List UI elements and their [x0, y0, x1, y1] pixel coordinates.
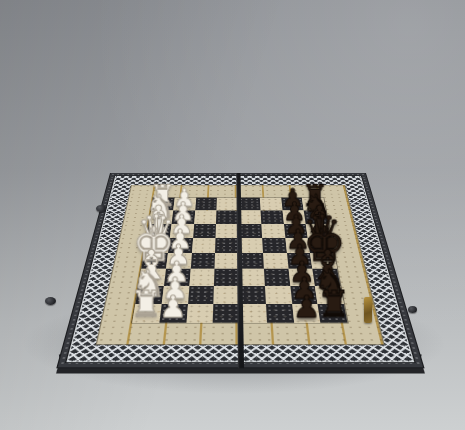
square-b4[interactable] [216, 211, 238, 224]
piece-black-rook[interactable]: ♜ [317, 286, 349, 322]
right-edge-latch [408, 306, 417, 313]
square-e6[interactable] [262, 253, 287, 269]
square-b3[interactable] [193, 211, 216, 224]
scene: ♜♟♟♜♞♟♟♞♝♟♟♝♛♟♟♛♚♟♟♚♝♟♟♝♞♟♟♞♜♟♟♜ [0, 0, 465, 430]
square-a5[interactable] [238, 198, 260, 211]
square-a3[interactable] [194, 198, 216, 211]
left-edge-latch-lower [45, 297, 56, 305]
square-f5[interactable] [239, 269, 264, 286]
left-edge-latch-upper [96, 205, 106, 212]
square-a6[interactable] [259, 198, 282, 211]
square-h4[interactable] [212, 304, 239, 323]
square-f4[interactable] [214, 269, 239, 286]
square-e3[interactable] [190, 253, 215, 269]
square-c5[interactable] [238, 224, 261, 238]
square-f3[interactable] [188, 269, 214, 286]
square-c6[interactable] [261, 224, 285, 238]
square-g4[interactable] [213, 286, 239, 304]
square-h8[interactable]: ♜ [317, 304, 347, 323]
square-f6[interactable] [263, 269, 289, 286]
square-c4[interactable] [215, 224, 238, 238]
square-h6[interactable] [265, 304, 293, 323]
square-b6[interactable] [260, 211, 283, 224]
square-d6[interactable] [261, 238, 286, 253]
square-g5[interactable] [239, 286, 265, 304]
square-h5[interactable] [239, 304, 266, 323]
square-c3[interactable] [192, 224, 216, 238]
square-h1[interactable]: ♜ [132, 304, 161, 323]
square-e5[interactable] [239, 253, 264, 269]
square-d3[interactable] [191, 238, 215, 253]
square-d5[interactable] [238, 238, 262, 253]
square-g6[interactable] [264, 286, 291, 304]
brass-clasp [364, 297, 372, 323]
square-b5[interactable] [238, 211, 261, 224]
square-d4[interactable] [215, 238, 239, 253]
piece-black-pawn[interactable]: ♟ [293, 292, 320, 323]
square-h2[interactable]: ♟ [159, 304, 187, 323]
square-g3[interactable] [187, 286, 214, 304]
square-h7[interactable]: ♟ [291, 304, 320, 323]
square-h3[interactable] [185, 304, 213, 323]
square-a4[interactable] [216, 198, 238, 211]
piece-white-rook[interactable]: ♜ [129, 286, 161, 322]
piece-white-pawn[interactable]: ♟ [158, 292, 185, 323]
chess-board: ♜♟♟♜♞♟♟♞♝♟♟♝♛♟♟♛♚♟♟♚♝♟♟♝♞♟♟♞♜♟♟♜ [57, 173, 422, 367]
square-e4[interactable] [214, 253, 238, 269]
